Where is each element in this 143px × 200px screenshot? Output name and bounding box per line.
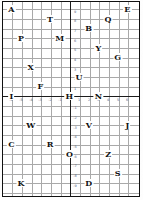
letter-H: H — [65, 92, 75, 100]
letter-Y: Y — [95, 44, 103, 52]
letter-M: M — [54, 34, 65, 42]
y-tick-label: 5 — [74, 49, 76, 52]
letter-V: V — [85, 121, 93, 129]
y-tick-label: 4 — [74, 58, 76, 61]
x-tick-label: 2 — [88, 99, 90, 102]
x-tick-label: 4 — [107, 99, 109, 102]
y-tick-label: -6 — [74, 155, 77, 158]
letter-B: B — [84, 24, 93, 32]
letter-E: E — [123, 5, 131, 13]
y-tick-label: -9 — [74, 184, 77, 187]
x-tick-label: 1 — [78, 99, 80, 102]
y-tick-label: 6 — [74, 39, 76, 42]
letter-D: D — [84, 179, 93, 187]
letter-R: R — [46, 140, 55, 148]
letter-W: W — [25, 121, 36, 129]
y-tick-label: 1 — [74, 87, 76, 90]
x-tick-label: 5 — [117, 99, 119, 102]
letter-Q: Q — [104, 15, 113, 23]
letter-X: X — [27, 63, 35, 71]
board-frame: -6-5-4-3-2-1123456987654321-1-2-3-4-5-6-… — [2, 1, 140, 197]
y-tick-label: -1 — [74, 107, 77, 110]
x-tick-label: -5 — [19, 99, 22, 102]
letter-J: J — [125, 121, 131, 129]
y-tick-label: 9 — [74, 10, 76, 13]
letter-K: K — [17, 179, 26, 187]
letter-A: A — [7, 5, 15, 13]
worksheet-page: -6-5-4-3-2-1123456987654321-1-2-3-4-5-6-… — [0, 0, 143, 200]
y-tick-label: -7 — [74, 165, 77, 168]
y-tick-label: -3 — [74, 126, 77, 129]
x-tick-label: -4 — [29, 99, 32, 102]
letter-U: U — [75, 73, 84, 81]
letter-G: G — [113, 53, 122, 61]
letter-Z: Z — [104, 150, 112, 158]
letter-O: O — [65, 150, 74, 158]
letter-I: I — [9, 92, 15, 100]
x-tick-label: -3 — [39, 99, 42, 102]
coordinate-grid: -6-5-4-3-2-1123456987654321-1-2-3-4-5-6-… — [3, 2, 139, 196]
letter-N: N — [94, 92, 103, 100]
y-tick-label: -2 — [74, 116, 77, 119]
letter-S: S — [114, 169, 122, 177]
y-tick-label: 7 — [74, 29, 76, 32]
grid-line-vertical — [128, 2, 129, 196]
y-tick-label: -8 — [74, 174, 77, 177]
letter-T: T — [46, 15, 54, 23]
x-tick-label: -2 — [48, 99, 51, 102]
letter-F: F — [37, 82, 45, 90]
y-tick-label: -5 — [74, 145, 77, 148]
y-tick-label: 8 — [74, 19, 76, 22]
x-tick-label: -1 — [58, 99, 61, 102]
letter-C: C — [7, 140, 15, 148]
letter-P: P — [17, 34, 25, 42]
x-tick-label: 6 — [126, 99, 128, 102]
y-tick-label: -4 — [74, 136, 77, 139]
